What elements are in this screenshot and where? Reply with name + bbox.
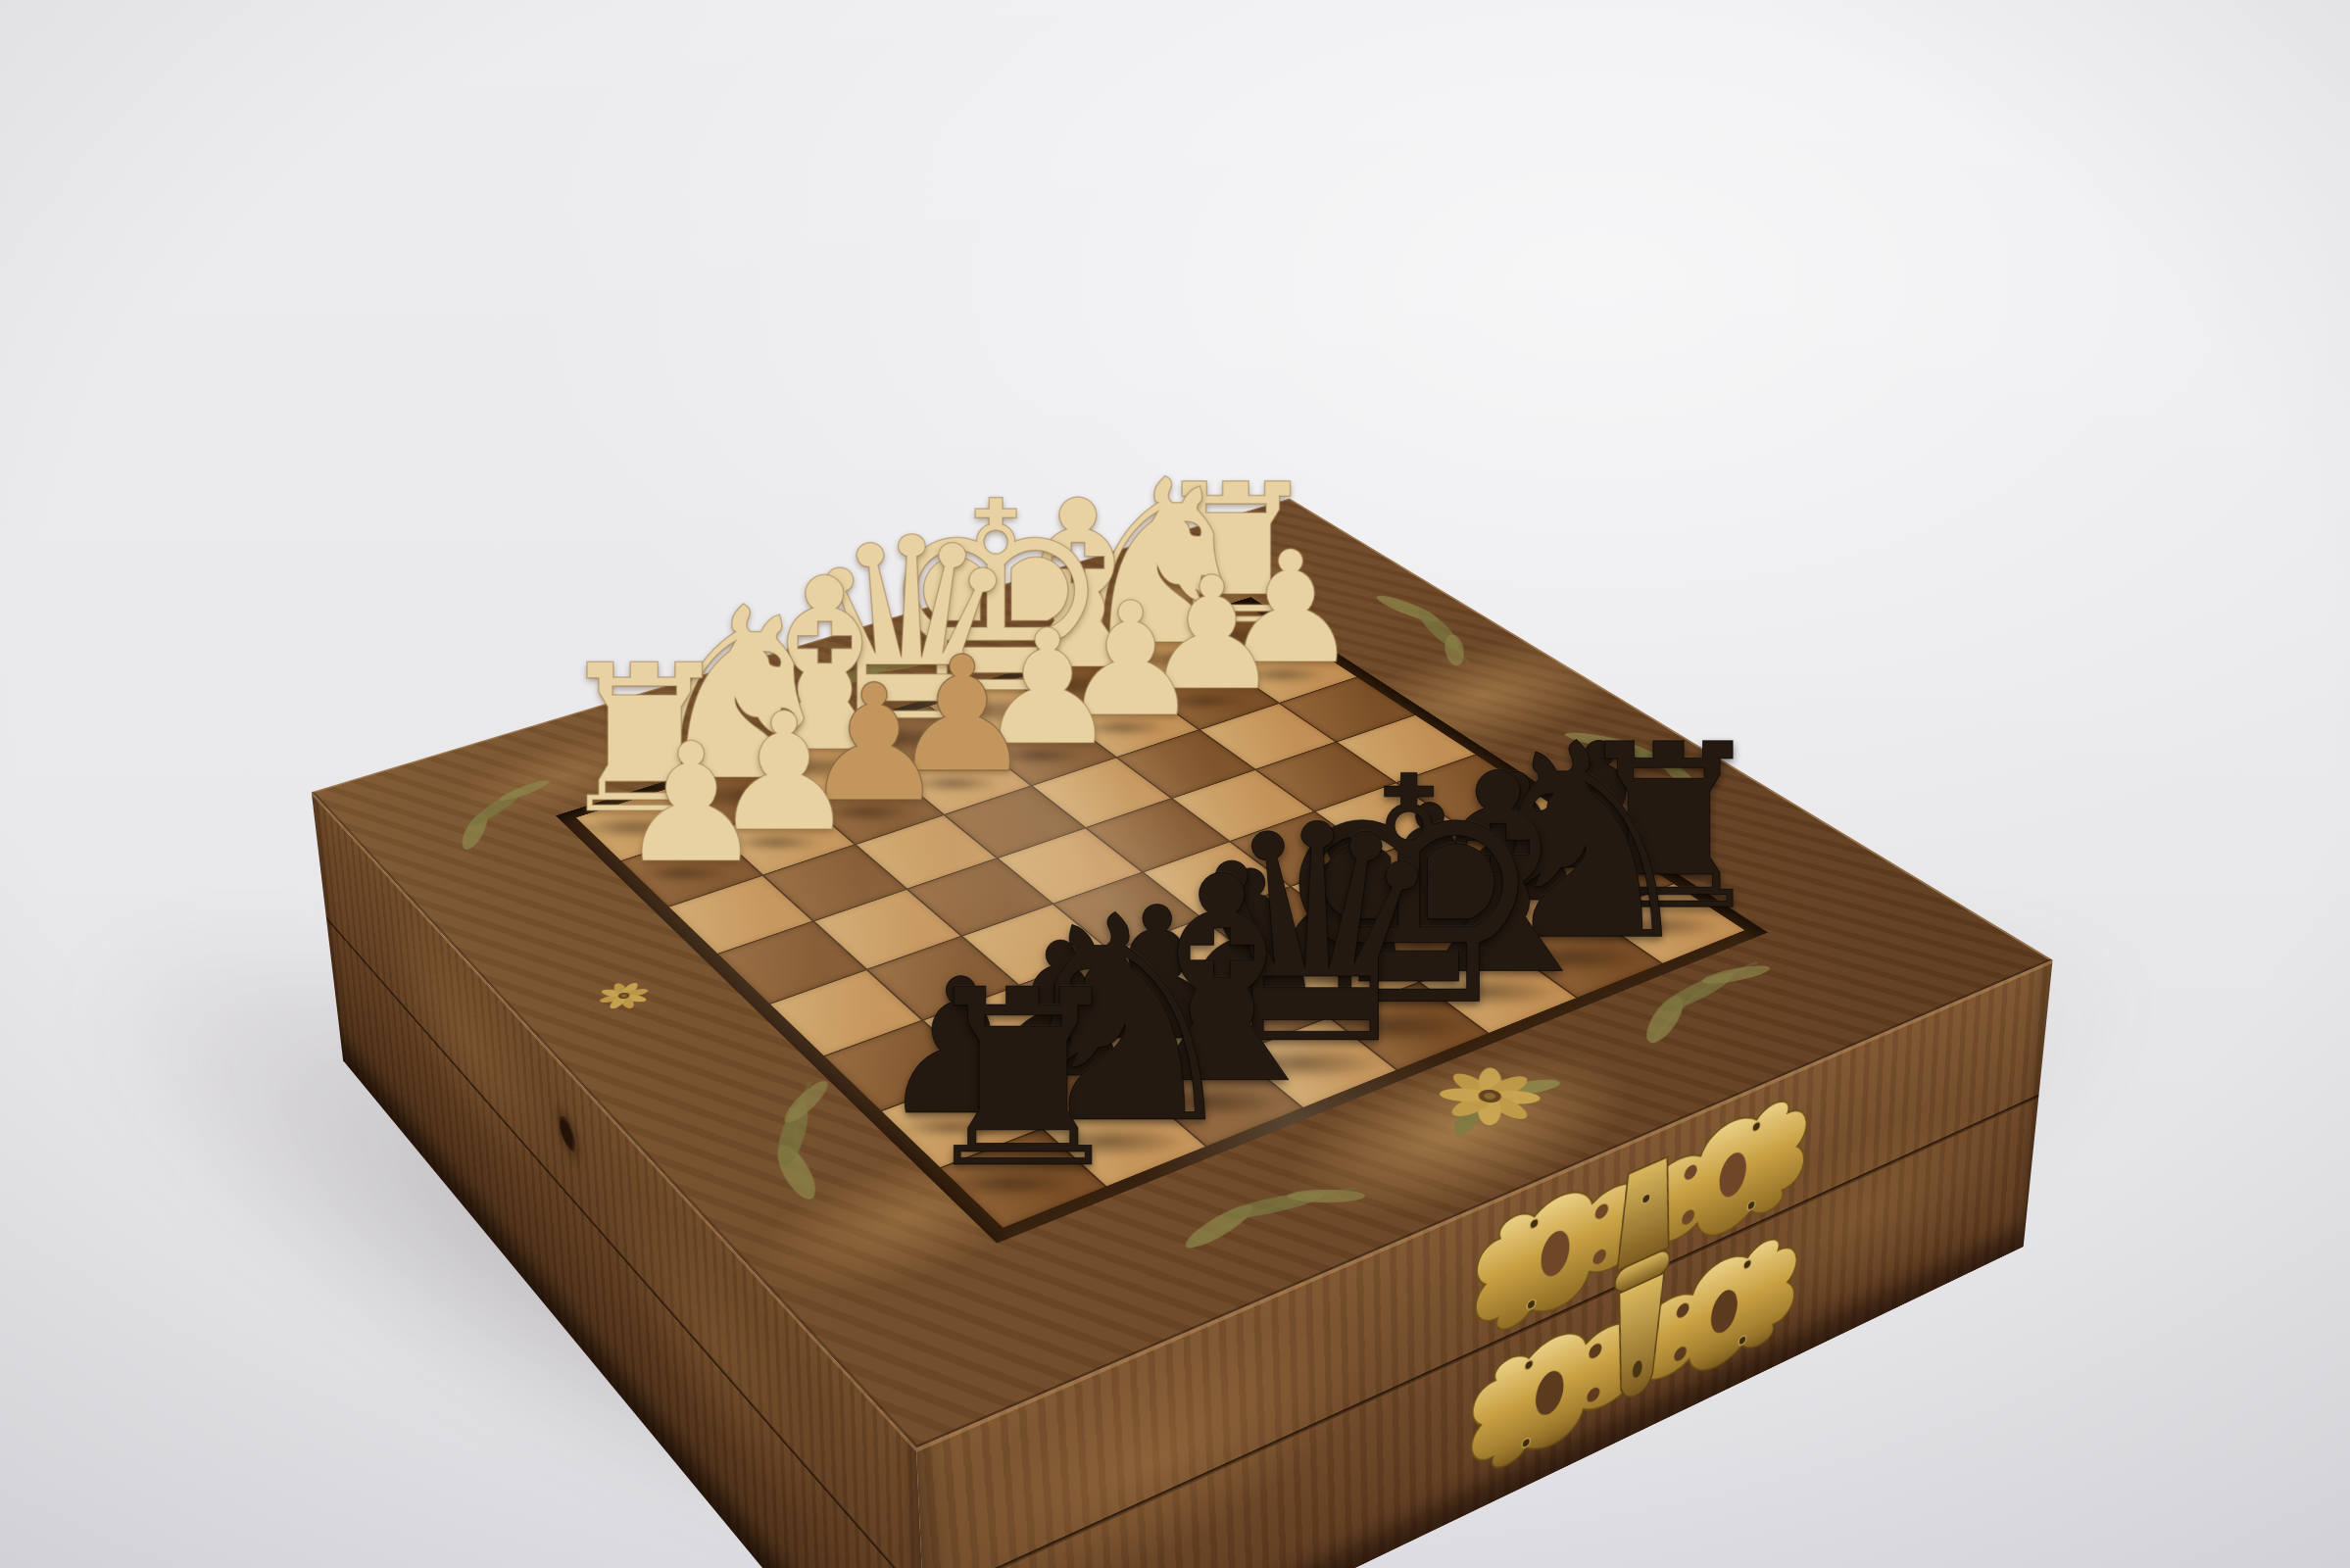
square-a4[interactable] [718, 922, 865, 1004]
clasp-plate-lower [1471, 1226, 1799, 1485]
marquetry-leaf-inlay [748, 1075, 846, 1208]
scene [0, 0, 2350, 1568]
marquetry-leaf-inlay [423, 768, 565, 857]
white-pawn-a2[interactable]: ♟ [617, 721, 765, 886]
keyhole-icon [558, 1109, 578, 1159]
marquetry-leaf-inlay [1351, 582, 1512, 672]
marquetry-flower-inlay [578, 956, 670, 1037]
clasp-hasp [1609, 1153, 1676, 1408]
black-rook-a8[interactable]: ♜ [913, 957, 1133, 1202]
